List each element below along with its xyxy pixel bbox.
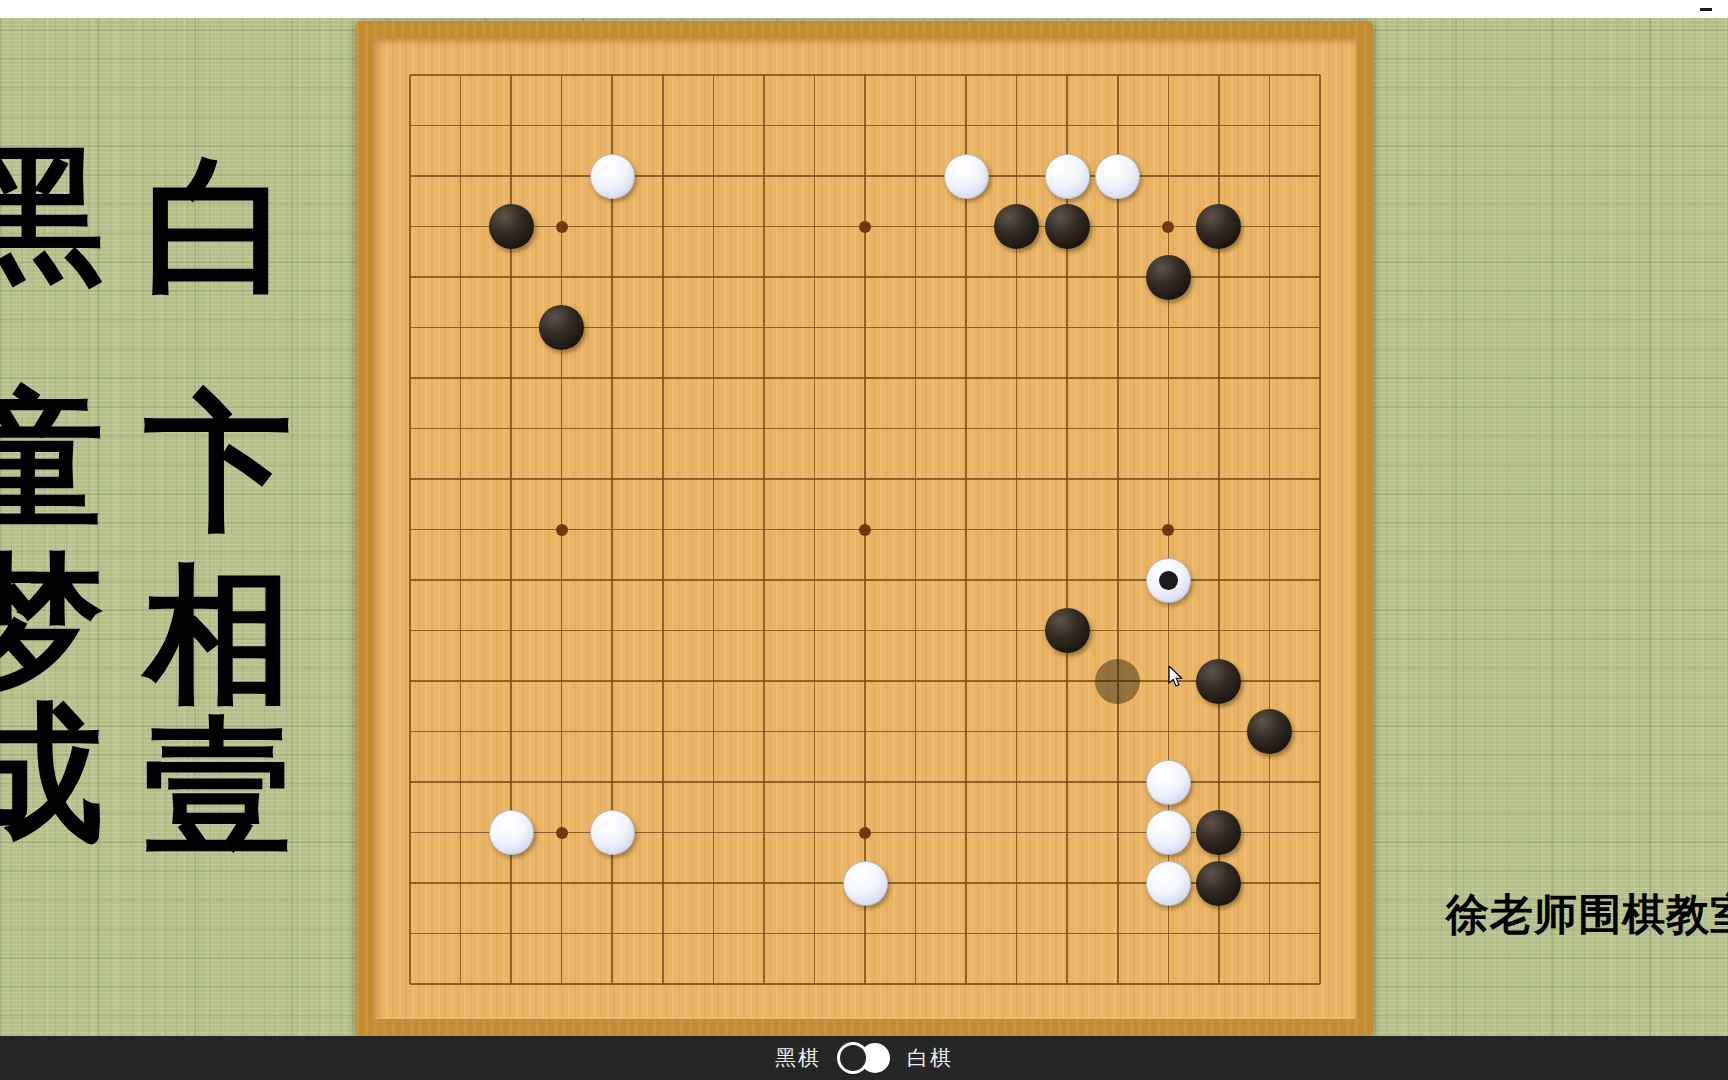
black-name-char-2: 梦 xyxy=(0,548,105,698)
grid-line xyxy=(915,75,917,984)
app-background: 黑 童 梦 成 白 卞 相 壹 徐老师围棋教室 黑棋 白棋 xyxy=(0,0,1728,1080)
black-stone xyxy=(1146,255,1191,300)
star-point xyxy=(556,524,568,536)
white-label-char: 白 xyxy=(143,152,293,302)
white-stone xyxy=(590,810,635,855)
black-label-char: 黑 xyxy=(0,140,105,290)
white-stone xyxy=(590,154,635,199)
white-stone xyxy=(1146,760,1191,805)
black-stone xyxy=(489,204,534,249)
go-board[interactable] xyxy=(356,21,1373,1036)
black-name-char-1: 童 xyxy=(0,385,105,535)
minimize-icon[interactable] xyxy=(1700,8,1712,11)
white-stone xyxy=(489,810,534,855)
black-stone xyxy=(1196,810,1241,855)
stone-color-toggle[interactable] xyxy=(837,1042,891,1074)
grid-line xyxy=(410,731,1320,733)
black-stone xyxy=(1045,608,1090,653)
white-side-label: 白棋 xyxy=(907,1044,953,1072)
white-stone xyxy=(1045,154,1090,199)
bottom-toolbar: 黑棋 白棋 xyxy=(0,1036,1728,1080)
black-side-label: 黑棋 xyxy=(775,1044,821,1072)
grid-line xyxy=(410,630,1320,632)
black-stone xyxy=(994,204,1039,249)
grid-line xyxy=(1117,75,1119,984)
black-stone xyxy=(1196,659,1241,704)
white-stone xyxy=(843,861,888,906)
window-titlebar xyxy=(0,0,1728,18)
grid-line xyxy=(965,75,967,984)
black-stone xyxy=(1196,204,1241,249)
white-stone xyxy=(1146,861,1191,906)
black-stone xyxy=(1247,709,1292,754)
star-point xyxy=(859,827,871,839)
white-stone xyxy=(1146,810,1191,855)
grid-line xyxy=(1269,75,1271,984)
black-stone xyxy=(539,305,584,350)
white-stone xyxy=(1095,154,1140,199)
white-name-char-1: 卞 xyxy=(143,388,293,538)
grid-line xyxy=(1319,75,1321,984)
white-name-char-2: 相 xyxy=(143,560,293,710)
star-point xyxy=(556,827,568,839)
ghost-stone-preview xyxy=(1095,659,1140,704)
classroom-caption: 徐老师围棋教室 xyxy=(1446,886,1728,944)
star-point xyxy=(859,221,871,233)
star-point xyxy=(556,221,568,233)
star-point xyxy=(1162,524,1174,536)
last-move-marker xyxy=(1159,571,1178,590)
grid-line xyxy=(410,933,1320,935)
black-stone-icon xyxy=(837,1042,869,1074)
black-stone xyxy=(1045,204,1090,249)
mouse-cursor xyxy=(1168,666,1188,688)
star-point xyxy=(1162,221,1174,233)
black-name-char-3: 成 xyxy=(0,698,105,848)
grid-line xyxy=(410,983,1320,985)
white-name-char-3: 壹 xyxy=(143,712,293,862)
star-point xyxy=(859,524,871,536)
white-stone xyxy=(1146,558,1191,603)
white-stone xyxy=(944,154,989,199)
black-stone xyxy=(1196,861,1241,906)
